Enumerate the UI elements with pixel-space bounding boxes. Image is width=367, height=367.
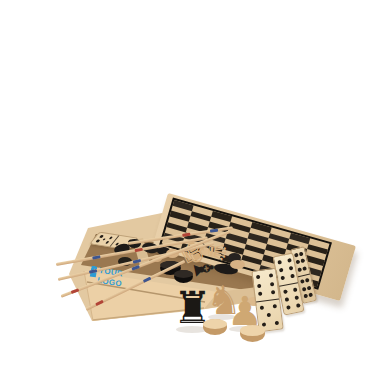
wood-checker-disc: [240, 325, 265, 342]
wood-checker-disc: [203, 319, 227, 335]
product-photo-wooden-game-set: YOUR LOGO ♚ ♛ ♝ ♜ ♞: [0, 0, 367, 367]
wood-piece-blob: [230, 260, 245, 269]
domino-half: [279, 282, 303, 315]
